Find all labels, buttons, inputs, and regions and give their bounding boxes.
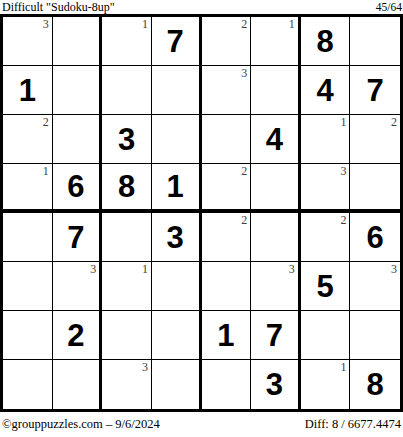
given-digit: 6 — [350, 213, 400, 261]
cell-r6c8[interactable]: 3 — [350, 262, 400, 311]
cell-r8c6[interactable]: 3 — [251, 360, 301, 409]
cell-r2c8[interactable]: 7 — [350, 66, 400, 115]
cell-r6c6[interactable]: 3 — [251, 262, 301, 311]
pencil-mark: 2 — [241, 17, 247, 31]
pencil-mark: 3 — [142, 360, 148, 374]
cell-r1c2[interactable] — [53, 17, 103, 66]
given-digit: 7 — [152, 17, 199, 65]
cell-r1c5[interactable]: 2 — [202, 17, 252, 66]
cell-r3c1[interactable]: 2 — [3, 115, 53, 164]
cell-r2c3[interactable] — [102, 66, 152, 115]
pencil-mark: 3 — [241, 66, 247, 80]
cell-r4c5[interactable]: 2 — [202, 164, 252, 213]
cell-r5c1[interactable] — [3, 213, 53, 262]
cell-r6c5[interactable] — [202, 262, 252, 311]
cell-r4c4[interactable]: 1 — [152, 164, 202, 213]
cell-r5c4[interactable]: 3 — [152, 213, 202, 262]
pencil-mark: 1 — [43, 164, 49, 178]
given-digit: 7 — [350, 66, 400, 114]
cell-r1c7[interactable]: 8 — [301, 17, 351, 66]
cell-r2c4[interactable] — [152, 66, 202, 115]
pencil-mark: 2 — [241, 213, 247, 227]
given-digit: 4 — [301, 66, 350, 114]
given-digit: 5 — [301, 262, 350, 310]
cell-r5c5[interactable]: 2 — [202, 213, 252, 262]
difficulty-text: Diff: 8 / 6677.4474 — [305, 417, 401, 432]
given-digit: 4 — [251, 115, 298, 163]
given-digit: 3 — [251, 360, 298, 409]
cell-r7c1[interactable] — [3, 311, 53, 360]
given-digit: 7 — [251, 311, 298, 359]
header: Difficult "Sudoku-8up" 45/64 — [0, 0, 403, 14]
given-digit: 6 — [53, 164, 100, 209]
cell-r8c7[interactable]: 1 — [301, 360, 351, 409]
cell-r4c6[interactable] — [251, 164, 301, 213]
cell-r4c1[interactable]: 1 — [3, 164, 53, 213]
cell-r6c4[interactable] — [152, 262, 202, 311]
given-digit: 2 — [53, 311, 100, 359]
cell-r4c2[interactable]: 6 — [53, 164, 103, 213]
cell-r8c8[interactable]: 8 — [350, 360, 400, 409]
cell-r8c5[interactable] — [202, 360, 252, 409]
pencil-mark: 2 — [340, 213, 346, 227]
given-digit: 8 — [350, 360, 400, 409]
given-digit: 8 — [102, 164, 151, 209]
cell-r4c8[interactable] — [350, 164, 400, 213]
cell-r6c2[interactable]: 3 — [53, 262, 103, 311]
cell-r5c7[interactable]: 2 — [301, 213, 351, 262]
cell-r5c2[interactable]: 7 — [53, 213, 103, 262]
pencil-mark: 1 — [340, 115, 346, 129]
given-digit: 7 — [53, 213, 100, 261]
cell-r3c8[interactable]: 2 — [350, 115, 400, 164]
cell-r7c3[interactable] — [102, 311, 152, 360]
cell-r3c4[interactable] — [152, 115, 202, 164]
cell-r2c6[interactable] — [251, 66, 301, 115]
cell-r4c3[interactable]: 8 — [102, 164, 152, 213]
pencil-mark: 3 — [340, 164, 346, 178]
puzzle-title: Difficult "Sudoku-8up" — [2, 0, 115, 15]
cell-r4c7[interactable]: 3 — [301, 164, 351, 213]
pencil-mark: 1 — [340, 360, 346, 374]
cell-r8c4[interactable] — [152, 360, 202, 409]
given-digit: 1 — [3, 66, 52, 114]
pencil-mark: 1 — [142, 17, 148, 31]
cell-r7c4[interactable] — [152, 311, 202, 360]
pencil-mark: 3 — [90, 262, 96, 276]
cell-r3c3[interactable]: 3 — [102, 115, 152, 164]
pencil-mark: 3 — [391, 262, 397, 276]
cell-r5c6[interactable] — [251, 213, 301, 262]
cell-r2c2[interactable] — [53, 66, 103, 115]
given-digit: 8 — [301, 17, 350, 65]
cell-r2c5[interactable]: 3 — [202, 66, 252, 115]
cell-r5c3[interactable] — [102, 213, 152, 262]
cell-r1c8[interactable] — [350, 17, 400, 66]
cell-r7c5[interactable]: 1 — [202, 311, 252, 360]
cell-r6c7[interactable]: 5 — [301, 262, 351, 311]
pencil-mark: 2 — [241, 164, 247, 178]
cell-r3c6[interactable]: 4 — [251, 115, 301, 164]
cell-r1c6[interactable]: 1 — [251, 17, 301, 66]
cell-r7c7[interactable] — [301, 311, 351, 360]
pencil-mark: 1 — [289, 17, 295, 31]
cell-r1c3[interactable]: 1 — [102, 17, 152, 66]
cell-r3c7[interactable]: 1 — [301, 115, 351, 164]
pencil-mark: 1 — [142, 262, 148, 276]
cell-r2c1[interactable]: 1 — [3, 66, 53, 115]
given-digit: 3 — [152, 213, 199, 261]
cell-r1c4[interactable]: 7 — [152, 17, 202, 66]
cell-r8c3[interactable]: 3 — [102, 360, 152, 409]
pencil-mark: 2 — [43, 115, 49, 129]
cell-r8c1[interactable] — [3, 360, 53, 409]
cell-r2c7[interactable]: 4 — [301, 66, 351, 115]
given-digit: 3 — [102, 115, 151, 163]
cell-r1c1[interactable]: 3 — [3, 17, 53, 66]
puzzle-counter: 45/64 — [376, 1, 402, 13]
pencil-mark: 2 — [391, 115, 397, 129]
footer: ©grouppuzzles.com – 9/6/2024 Diff: 8 / 6… — [0, 412, 403, 437]
sudoku-board: 31721813472341216812373226313532173318 — [0, 14, 403, 412]
cell-r7c6[interactable]: 7 — [251, 311, 301, 360]
cell-r7c8[interactable] — [350, 311, 400, 360]
given-digit: 1 — [202, 311, 251, 359]
cell-r3c2[interactable] — [53, 115, 103, 164]
cell-r8c2[interactable] — [53, 360, 103, 409]
cell-r3c5[interactable] — [202, 115, 252, 164]
copyright-text: ©grouppuzzles.com – 9/6/2024 — [2, 417, 160, 432]
pencil-mark: 3 — [43, 17, 49, 31]
cell-r6c3[interactable]: 1 — [102, 262, 152, 311]
pencil-mark: 3 — [289, 262, 295, 276]
cell-r5c8[interactable]: 6 — [350, 213, 400, 262]
cell-r7c2[interactable]: 2 — [53, 311, 103, 360]
cell-r6c1[interactable] — [3, 262, 53, 311]
given-digit: 1 — [152, 164, 199, 209]
